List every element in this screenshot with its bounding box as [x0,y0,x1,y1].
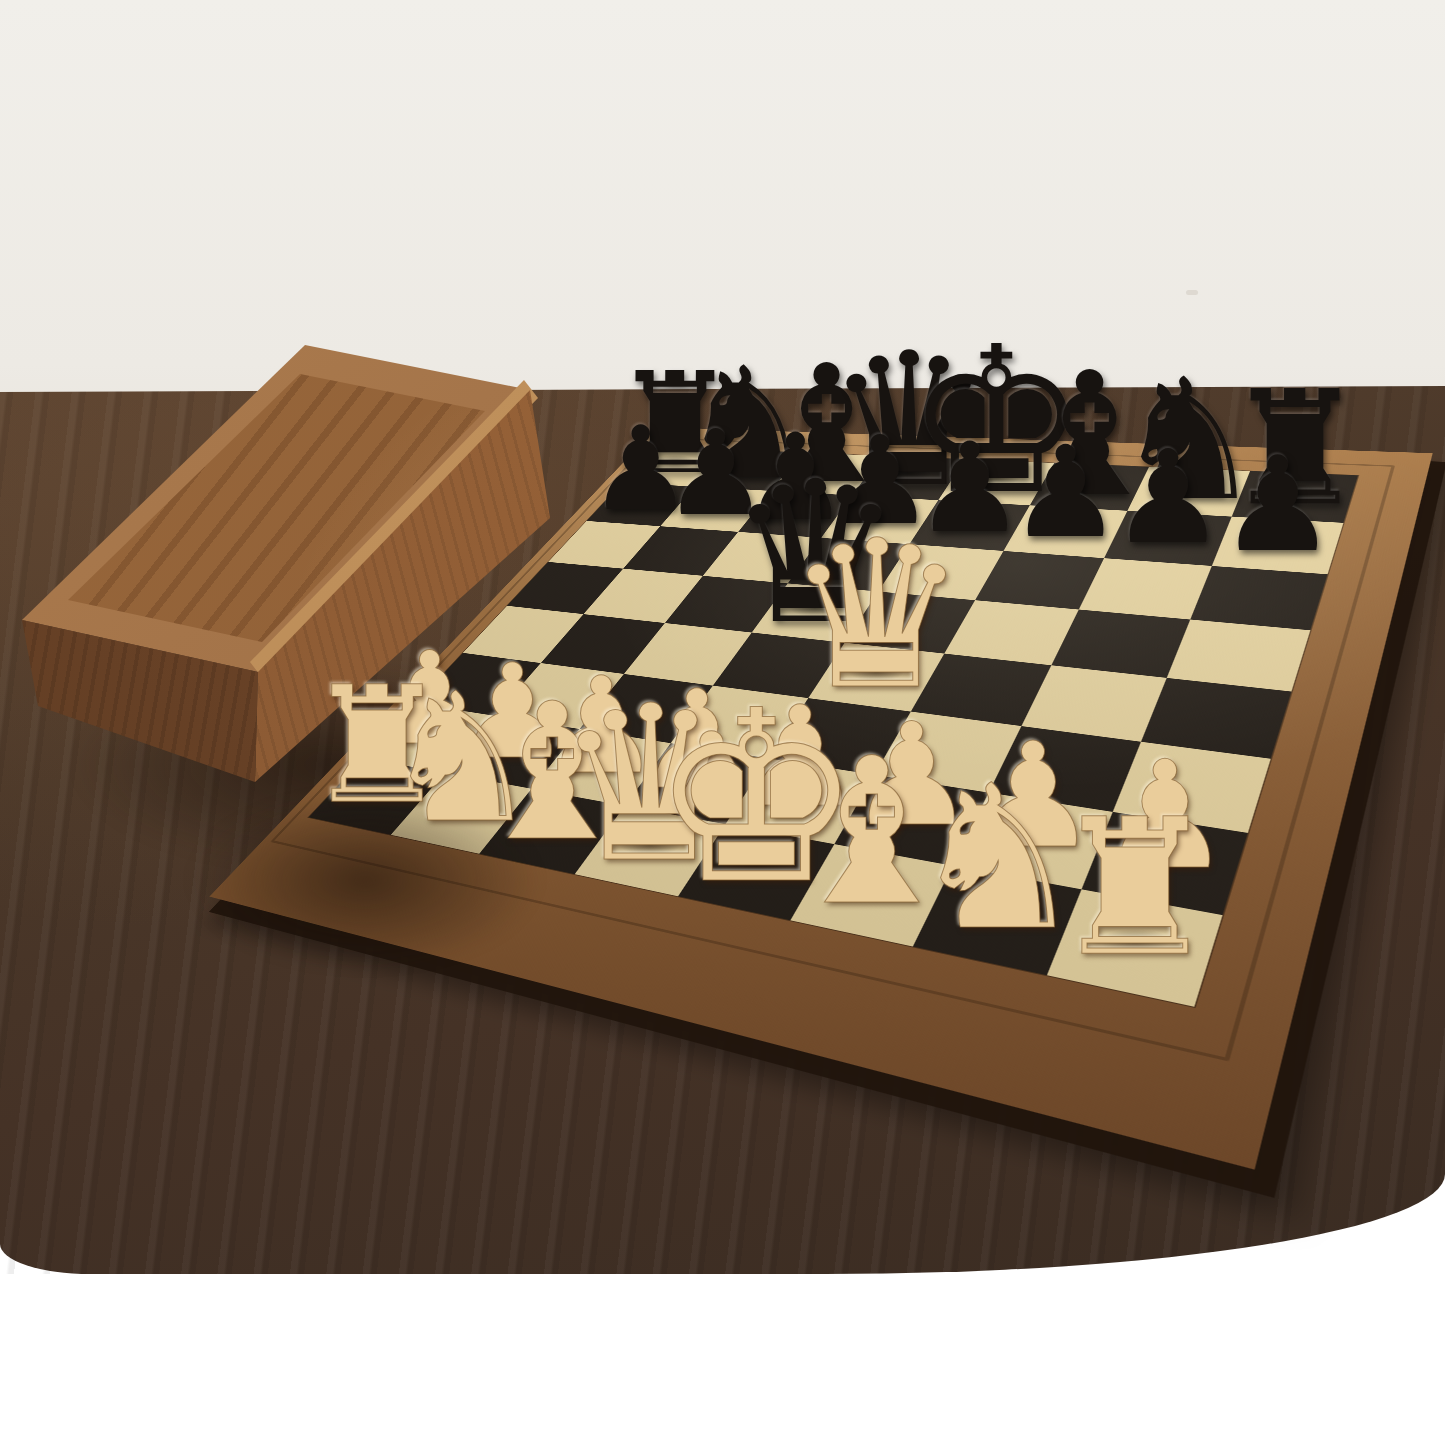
chess-set-photo: ♜♞♝♛♚♝♞♜♟♟♟♟♟♟♟♟♛♛♟♟♟♟♟♟♟♟♜♞♝♛♚♝♞♜ [0,0,1445,1445]
black-pawn-h7: ♟ [1219,439,1337,570]
black-pawn-f7: ♟ [1009,430,1122,556]
white-rook-h1: ♜ [1051,795,1220,983]
black-pawn-g7: ♟ [1110,434,1225,563]
pieces-layer: ♜♞♝♛♚♝♞♜♟♟♟♟♟♟♟♟♛♛♟♟♟♟♟♟♟♟♜♞♝♛♚♝♞♜ [0,0,1445,1445]
